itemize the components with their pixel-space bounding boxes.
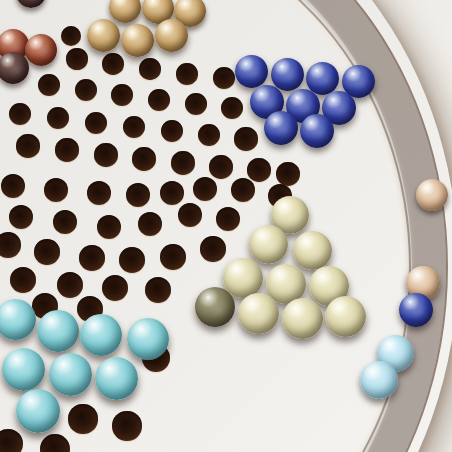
marble-peach[interactable]: [416, 179, 448, 211]
marble-turquoise[interactable]: [0, 299, 36, 340]
marble-blue[interactable]: [264, 111, 298, 145]
marble-lightblue[interactable]: [360, 361, 398, 399]
marble-cream[interactable]: [282, 298, 323, 339]
marble-cream[interactable]: [249, 225, 288, 264]
marble-blue[interactable]: [235, 55, 268, 88]
marble-darkbrown[interactable]: [16, 0, 46, 8]
marble-turquoise[interactable]: [37, 310, 79, 352]
marble-blue[interactable]: [300, 114, 334, 148]
marble-turquoise[interactable]: [16, 389, 60, 433]
marble-olive[interactable]: [195, 287, 235, 327]
marble-darkbrown[interactable]: [0, 52, 29, 84]
marble-cream[interactable]: [238, 293, 279, 334]
chinese-checkers-photo: [0, 0, 452, 452]
marble-turquoise[interactable]: [49, 353, 92, 396]
marble-blue[interactable]: [399, 293, 433, 327]
marble-tan[interactable]: [121, 24, 154, 57]
marble-cream[interactable]: [325, 296, 366, 337]
marble-blue[interactable]: [306, 62, 339, 95]
marble-turquoise[interactable]: [127, 318, 169, 360]
marble-redbrown[interactable]: [25, 34, 57, 66]
marble-turquoise[interactable]: [80, 314, 122, 356]
marble-blue[interactable]: [271, 58, 304, 91]
marble-tan[interactable]: [155, 19, 188, 52]
marble-cream[interactable]: [293, 231, 332, 270]
marble-turquoise[interactable]: [95, 357, 138, 400]
marble-tan[interactable]: [109, 0, 141, 23]
marbles-layer: [0, 0, 452, 452]
marble-turquoise[interactable]: [2, 348, 45, 391]
marble-tan[interactable]: [87, 19, 120, 52]
